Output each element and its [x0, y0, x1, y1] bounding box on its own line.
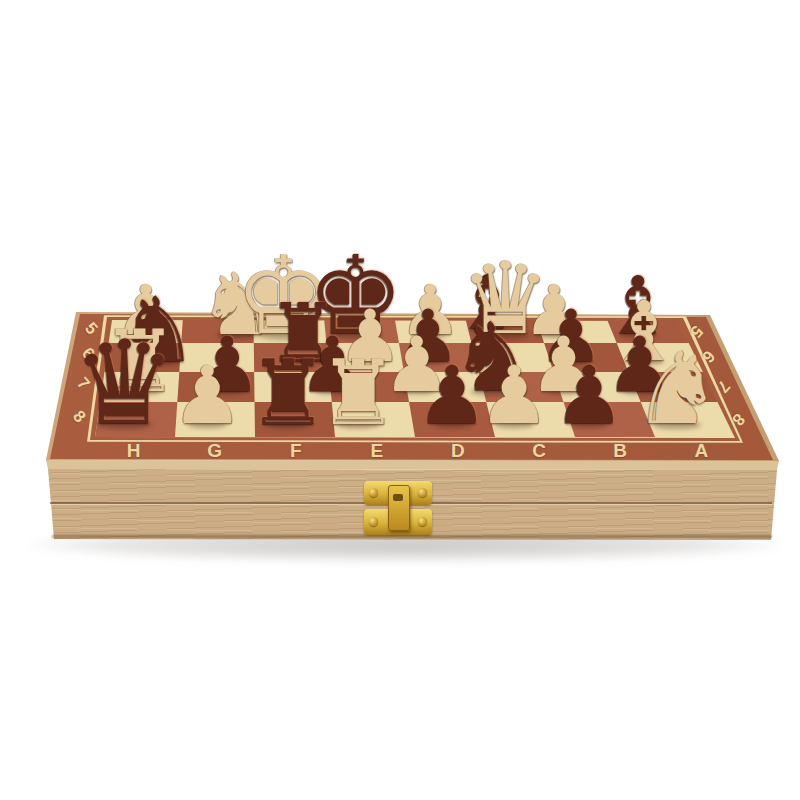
piece-b8-dark-pawn[interactable]: ♟	[553, 356, 625, 436]
piece-f8-dark-rook[interactable]: ♜	[248, 347, 329, 437]
piece-g8-light-pawn[interactable]: ♟	[171, 356, 243, 436]
piece-d8-dark-pawn[interactable]: ♟	[416, 356, 488, 436]
pieces-layer: ♟♞♚♚♟♛♟♝♞♜♟♟♟♝♜♟♟♟♞♟♟♛♟♜♜♟♟♟♞♝	[0, 0, 800, 800]
piece-e8-light-rook[interactable]: ♜	[318, 347, 399, 437]
piece-c8-light-pawn[interactable]: ♟	[478, 356, 550, 436]
piece-h8-dark-queen[interactable]: ♛	[72, 325, 176, 441]
product-photo: HGFEDCBA56785678 ♟♞♚♚♟♛♟♝♞♜♟♟♟♝♜♟♟♟♞♟♟♛♟…	[0, 0, 800, 800]
piece-a8-light-knight[interactable]: ♞	[632, 339, 722, 439]
